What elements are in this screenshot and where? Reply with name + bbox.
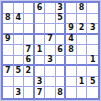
cell-r6c1[interactable] <box>3 56 14 67</box>
cell-r5c8[interactable] <box>77 45 88 56</box>
given-digit: 2 <box>26 67 32 75</box>
given-digit: 3 <box>57 4 63 12</box>
cell-r6c2[interactable] <box>14 56 25 67</box>
cell-r3c5[interactable] <box>45 24 56 35</box>
given-digit: 7 <box>5 67 11 75</box>
cell-r5c6[interactable]: 6 <box>56 45 67 56</box>
cell-r6c9[interactable]: 1 <box>87 56 98 67</box>
cell-r7c4[interactable] <box>35 66 46 77</box>
given-digit: 1 <box>79 78 85 86</box>
cell-r3c9[interactable]: 3 <box>87 24 98 35</box>
cell-r2c1[interactable]: 8 <box>3 14 14 25</box>
given-digit: 8 <box>57 89 63 97</box>
cell-r3c7[interactable]: 9 <box>66 24 77 35</box>
cell-r2c2[interactable]: 4 <box>14 14 25 25</box>
given-digit: 9 <box>5 35 11 43</box>
cell-r3c6[interactable] <box>56 24 67 35</box>
cell-r7c3[interactable]: 2 <box>24 66 35 77</box>
cell-r5c1[interactable] <box>3 45 14 56</box>
cell-r9c7[interactable] <box>66 87 77 98</box>
cell-r7c2[interactable]: 5 <box>14 66 25 77</box>
cell-r4c7[interactable]: 4 <box>66 35 77 46</box>
cell-r6c6[interactable] <box>56 56 67 67</box>
sudoku-grid: 6388459239747168631752315378 <box>1 1 100 100</box>
cell-r2c3[interactable] <box>24 14 35 25</box>
cell-r8c6[interactable] <box>56 77 67 88</box>
cell-r7c9[interactable] <box>87 66 98 77</box>
cell-r3c8[interactable]: 2 <box>77 24 88 35</box>
cell-r8c7[interactable] <box>66 77 77 88</box>
cell-r1c9[interactable] <box>87 3 98 14</box>
cell-r1c3[interactable] <box>24 3 35 14</box>
cell-r3c2[interactable] <box>14 24 25 35</box>
cell-r9c3[interactable] <box>24 87 35 98</box>
given-digit: 6 <box>57 46 63 54</box>
cell-r4c2[interactable] <box>14 35 25 46</box>
cell-r8c1[interactable] <box>3 77 14 88</box>
cell-r1c4[interactable]: 6 <box>35 3 46 14</box>
given-digit: 9 <box>68 24 74 32</box>
given-digit: 4 <box>16 14 22 22</box>
given-digit: 6 <box>37 4 43 12</box>
cell-r9c9[interactable] <box>87 87 98 98</box>
given-digit: 5 <box>57 14 63 22</box>
cell-r4c5[interactable]: 7 <box>45 35 56 46</box>
given-digit: 8 <box>68 46 74 54</box>
given-digit: 1 <box>90 56 96 64</box>
cell-r5c7[interactable]: 8 <box>66 45 77 56</box>
cell-r6c4[interactable] <box>35 56 46 67</box>
cell-r4c6[interactable] <box>56 35 67 46</box>
cell-r7c5[interactable] <box>45 66 56 77</box>
cell-r6c3[interactable]: 6 <box>24 56 35 67</box>
given-digit: 1 <box>37 46 43 54</box>
cell-r8c3[interactable] <box>24 77 35 88</box>
cell-r1c2[interactable] <box>14 3 25 14</box>
cell-r7c7[interactable] <box>66 66 77 77</box>
cell-r9c8[interactable] <box>77 87 88 98</box>
given-digit: 8 <box>79 4 85 12</box>
given-digit: 3 <box>47 56 53 64</box>
cell-r7c1[interactable]: 7 <box>3 66 14 77</box>
cell-r2c4[interactable] <box>35 14 46 25</box>
cell-r4c1[interactable]: 9 <box>3 35 14 46</box>
cell-r9c1[interactable] <box>3 87 14 98</box>
sudoku-board: 6388459239747168631752315378 <box>0 0 101 101</box>
cell-r8c5[interactable] <box>45 77 56 88</box>
cell-r2c5[interactable] <box>45 14 56 25</box>
cell-r3c1[interactable] <box>3 24 14 35</box>
cell-r6c8[interactable] <box>77 56 88 67</box>
cell-r1c7[interactable] <box>66 3 77 14</box>
cell-r8c4[interactable]: 3 <box>35 77 46 88</box>
cell-r5c2[interactable] <box>14 45 25 56</box>
given-digit: 8 <box>5 14 11 22</box>
cell-r5c4[interactable]: 1 <box>35 45 46 56</box>
cell-r3c3[interactable] <box>24 24 35 35</box>
cell-r9c2[interactable]: 3 <box>14 87 25 98</box>
cell-r8c8[interactable]: 1 <box>77 77 88 88</box>
given-digit: 7 <box>26 46 32 54</box>
cell-r4c9[interactable] <box>87 35 98 46</box>
given-digit: 3 <box>37 78 43 86</box>
cell-r9c5[interactable] <box>45 87 56 98</box>
cell-r1c6[interactable]: 3 <box>56 3 67 14</box>
given-digit: 7 <box>47 35 53 43</box>
cell-r8c9[interactable]: 5 <box>87 77 98 88</box>
given-digit: 3 <box>16 89 22 97</box>
cell-r9c6[interactable]: 8 <box>56 87 67 98</box>
given-digit: 5 <box>90 78 96 86</box>
given-digit: 7 <box>37 89 43 97</box>
cell-r7c8[interactable] <box>77 66 88 77</box>
cell-r3c4[interactable] <box>35 24 46 35</box>
cell-r8c2[interactable] <box>14 77 25 88</box>
cell-r2c6[interactable]: 5 <box>56 14 67 25</box>
given-digit: 3 <box>90 24 96 32</box>
given-digit: 2 <box>79 24 85 32</box>
cell-r9c4[interactable]: 7 <box>35 87 46 98</box>
given-digit: 4 <box>68 35 74 43</box>
cell-r7c6[interactable] <box>56 66 67 77</box>
cell-r1c8[interactable]: 8 <box>77 3 88 14</box>
given-digit: 5 <box>16 67 22 75</box>
cell-r4c8[interactable] <box>77 35 88 46</box>
cell-r1c5[interactable] <box>45 3 56 14</box>
cell-r1c1[interactable] <box>3 3 14 14</box>
cell-r6c7[interactable] <box>66 56 77 67</box>
cell-r4c3[interactable] <box>24 35 35 46</box>
cell-r4c4[interactable] <box>35 35 46 46</box>
given-digit: 6 <box>26 56 32 64</box>
cell-r6c5[interactable]: 3 <box>45 56 56 67</box>
